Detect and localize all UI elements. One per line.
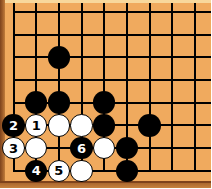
stone-black-e4 [93, 91, 116, 114]
go-board-diagram: 213645 [0, 0, 211, 188]
grid-line-horizontal-1 [13, 34, 212, 36]
stone-white-d3 [70, 114, 93, 137]
stone-white-b2 [25, 137, 48, 160]
stone-black-e3 [93, 114, 116, 137]
grid-line-horizontal-2 [13, 56, 212, 58]
grid-line-horizontal-3 [13, 79, 212, 81]
stone-black-f1 [116, 160, 139, 183]
stone-white-d1 [70, 160, 93, 183]
move-number-label: 5 [54, 164, 63, 177]
stone-black-f2 [116, 137, 139, 160]
move-number-label: 6 [77, 141, 86, 154]
stone-black-c6 [48, 46, 71, 69]
stone-white-move-5: 5 [48, 160, 71, 183]
grid-line-horizontal-0 [13, 11, 212, 13]
stone-black-g3 [138, 114, 161, 137]
stone-black-move-2: 2 [2, 114, 25, 137]
move-number-label: 1 [32, 118, 41, 131]
stone-white-move-1: 1 [25, 114, 48, 137]
stone-black-move-6: 6 [70, 137, 93, 160]
stone-black-b4 [25, 91, 48, 114]
stone-black-c4 [48, 91, 71, 114]
board-left-edge [0, 0, 5, 188]
move-number-label: 3 [9, 141, 18, 154]
move-number-label: 4 [32, 164, 41, 177]
stone-white-move-3: 3 [2, 137, 25, 160]
stone-white-c3 [48, 114, 71, 137]
board-bottom-edge [0, 181, 211, 189]
board-top-highlight-edge [0, 0, 211, 3]
move-number-label: 2 [9, 118, 18, 131]
stone-black-move-4: 4 [25, 160, 48, 183]
stone-white-e2 [93, 137, 116, 160]
